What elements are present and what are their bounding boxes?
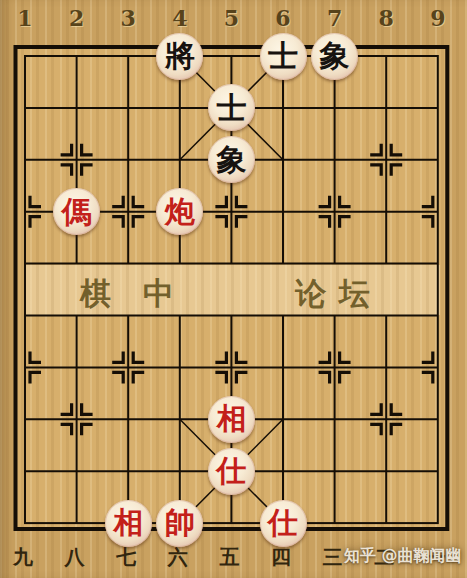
file-label-bottom-1: 九 xyxy=(13,544,33,571)
piece-glyph: 相 xyxy=(113,508,143,538)
piece-red-horse[interactable]: 傌 xyxy=(53,188,100,235)
xiangqi-board-screenshot: 棋中 论坛 123456789 九八七六五四三二一 將士象士象傌炮相仕相帥仕 知… xyxy=(0,0,467,578)
piece-red-elephant-2[interactable]: 相 xyxy=(105,500,152,547)
file-label-top-5: 5 xyxy=(224,5,239,31)
piece-red-advisor-1[interactable]: 仕 xyxy=(208,448,255,495)
piece-glyph: 傌 xyxy=(62,197,92,227)
file-label-top-3: 3 xyxy=(121,5,136,31)
piece-glyph: 仕 xyxy=(216,456,246,486)
file-label-bottom-6: 四 xyxy=(271,544,291,571)
file-label-top-8: 8 xyxy=(379,5,394,31)
file-label-bottom-7: 三 xyxy=(323,544,343,571)
file-label-top-7: 7 xyxy=(327,5,342,31)
piece-red-elephant-1[interactable]: 相 xyxy=(208,396,255,443)
file-label-top-1: 1 xyxy=(17,5,32,31)
piece-glyph: 士 xyxy=(268,41,298,71)
file-label-bottom-5: 五 xyxy=(219,544,239,571)
piece-glyph: 仕 xyxy=(268,508,298,538)
piece-black-elephant-1[interactable]: 象 xyxy=(311,33,358,80)
file-label-bottom-4: 六 xyxy=(168,544,188,571)
file-label-top-9: 9 xyxy=(430,5,445,31)
file-label-bottom-2: 八 xyxy=(65,544,85,571)
river-text-right: 论坛 xyxy=(295,272,383,316)
piece-red-advisor-2[interactable]: 仕 xyxy=(260,500,307,547)
piece-glyph: 炮 xyxy=(165,197,195,227)
piece-glyph: 象 xyxy=(320,41,350,71)
piece-glyph: 帥 xyxy=(165,508,195,538)
file-label-top-6: 6 xyxy=(275,5,290,31)
piece-glyph: 將 xyxy=(165,41,195,71)
piece-black-advisor-1[interactable]: 士 xyxy=(260,33,307,80)
file-label-top-4: 4 xyxy=(172,5,187,31)
piece-black-general[interactable]: 將 xyxy=(156,33,203,80)
piece-black-advisor-2[interactable]: 士 xyxy=(208,84,255,131)
piece-red-general[interactable]: 帥 xyxy=(156,500,203,547)
file-label-bottom-3: 七 xyxy=(116,544,136,571)
piece-black-elephant-2[interactable]: 象 xyxy=(208,136,255,183)
piece-glyph: 象 xyxy=(216,145,246,175)
file-label-top-2: 2 xyxy=(69,5,84,31)
watermark: 知乎 @曲鞠闻幽 xyxy=(344,546,462,567)
piece-glyph: 相 xyxy=(216,404,246,434)
piece-glyph: 士 xyxy=(216,93,246,123)
river-text-left: 棋中 xyxy=(80,272,206,316)
